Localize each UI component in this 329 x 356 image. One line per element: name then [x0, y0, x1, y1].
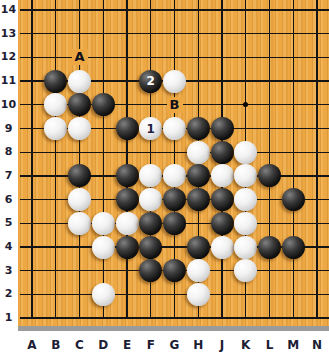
stone-black-F5[interactable]	[139, 212, 162, 235]
stone-white-K3[interactable]	[234, 259, 257, 282]
column-label-G: G	[166, 337, 183, 353]
column-label-N: N	[309, 337, 326, 353]
stone-white-B10[interactable]	[44, 93, 67, 116]
stone-black-M4[interactable]	[282, 236, 305, 259]
stone-black-H6[interactable]	[187, 188, 210, 211]
column-label-B: B	[47, 337, 64, 353]
stone-black-E4[interactable]	[116, 236, 139, 259]
stone-black-C7[interactable]	[68, 164, 91, 187]
grid-line-col-L	[269, 0, 270, 319]
row-label-7: 7	[0, 168, 17, 184]
row-label-4: 4	[0, 239, 17, 255]
stone-black-E9[interactable]	[116, 117, 139, 140]
go-diagram-screenshot: AB21 1413121110987654321ABCDEFGHJKLMN	[0, 0, 329, 356]
stone-black-F3[interactable]	[139, 259, 162, 282]
column-label-C: C	[71, 337, 88, 353]
stone-white-H2[interactable]	[187, 283, 210, 306]
column-label-H: H	[190, 337, 207, 353]
stone-black-E7[interactable]	[116, 164, 139, 187]
stone-black-H7[interactable]	[187, 164, 210, 187]
stone-white-D5[interactable]	[92, 212, 115, 235]
board-marker-B-G10: B	[167, 97, 183, 113]
stone-white-H8[interactable]	[187, 141, 210, 164]
stone-white-F9[interactable]: 1	[139, 117, 162, 140]
move-number-label-F9: 1	[147, 123, 155, 135]
stone-black-G6[interactable]	[163, 188, 186, 211]
star-point-K10	[243, 102, 248, 107]
stone-white-J7[interactable]	[211, 164, 234, 187]
stone-black-L4[interactable]	[258, 236, 281, 259]
stone-white-D2[interactable]	[92, 283, 115, 306]
stone-black-E6[interactable]	[116, 188, 139, 211]
column-label-J: J	[214, 337, 231, 353]
stone-white-K5[interactable]	[234, 212, 257, 235]
stone-black-F11[interactable]: 2	[139, 70, 162, 93]
column-label-E: E	[119, 337, 136, 353]
stone-white-G9[interactable]	[163, 117, 186, 140]
stone-white-K8[interactable]	[234, 141, 257, 164]
go-board[interactable]: AB21	[18, 0, 329, 331]
column-label-A: A	[24, 337, 41, 353]
stone-black-J9[interactable]	[211, 117, 234, 140]
row-label-6: 6	[0, 192, 17, 208]
stone-white-C11[interactable]	[68, 70, 91, 93]
stone-black-J8[interactable]	[211, 141, 234, 164]
grid-line-col-E	[126, 0, 127, 319]
stone-white-G7[interactable]	[163, 164, 186, 187]
row-label-10: 10	[0, 97, 17, 113]
stone-black-F4[interactable]	[139, 236, 162, 259]
row-label-12: 12	[0, 49, 17, 65]
grid-line-col-A	[31, 0, 32, 319]
row-label-1: 1	[0, 310, 17, 326]
row-label-14: 14	[0, 2, 17, 18]
stone-white-K6[interactable]	[234, 188, 257, 211]
row-label-11: 11	[0, 73, 17, 89]
stone-white-F6[interactable]	[139, 188, 162, 211]
stone-white-B9[interactable]	[44, 117, 67, 140]
stone-black-D10[interactable]	[92, 93, 115, 116]
stone-black-B11[interactable]	[44, 70, 67, 93]
stone-white-K7[interactable]	[234, 164, 257, 187]
grid-line-col-D	[103, 0, 104, 319]
column-label-L: L	[261, 337, 278, 353]
row-label-5: 5	[0, 215, 17, 231]
board-marker-A-C12: A	[72, 49, 88, 65]
stone-black-M6[interactable]	[282, 188, 305, 211]
grid-line-col-B	[55, 0, 56, 319]
stone-black-J6[interactable]	[211, 188, 234, 211]
stone-black-G5[interactable]	[163, 212, 186, 235]
stone-black-H4[interactable]	[187, 236, 210, 259]
stone-white-K4[interactable]	[234, 236, 257, 259]
row-label-2: 2	[0, 286, 17, 302]
column-label-K: K	[237, 337, 254, 353]
column-label-M: M	[285, 337, 302, 353]
row-label-9: 9	[0, 121, 17, 137]
row-label-13: 13	[0, 26, 17, 42]
grid-line-col-M	[293, 0, 294, 319]
stone-white-C6[interactable]	[68, 188, 91, 211]
stone-black-G3[interactable]	[163, 259, 186, 282]
stone-black-C10[interactable]	[68, 93, 91, 116]
grid-line-col-N	[316, 0, 317, 319]
stone-black-J5[interactable]	[211, 212, 234, 235]
stone-white-H3[interactable]	[187, 259, 210, 282]
stone-black-L7[interactable]	[258, 164, 281, 187]
column-label-F: F	[142, 337, 159, 353]
row-label-3: 3	[0, 263, 17, 279]
move-number-label-F11: 2	[147, 75, 155, 87]
stone-black-H9[interactable]	[187, 117, 210, 140]
column-label-D: D	[95, 337, 112, 353]
stone-white-D4[interactable]	[92, 236, 115, 259]
row-label-8: 8	[0, 144, 17, 160]
stone-white-G11[interactable]	[163, 70, 186, 93]
stone-white-F7[interactable]	[139, 164, 162, 187]
stone-white-C9[interactable]	[68, 117, 91, 140]
stone-white-J4[interactable]	[211, 236, 234, 259]
stone-white-E5[interactable]	[116, 212, 139, 235]
grid-line-col-C	[79, 0, 80, 319]
stone-white-C5[interactable]	[68, 212, 91, 235]
